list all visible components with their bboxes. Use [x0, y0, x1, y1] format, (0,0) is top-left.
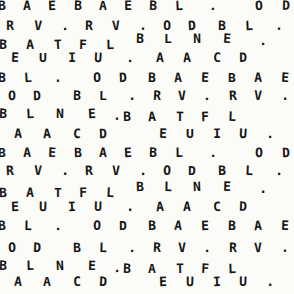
letter-glyph-e: E	[124, 145, 133, 161]
letter-glyph-l: L	[245, 163, 254, 179]
letter-glyph-r: R	[229, 240, 237, 256]
letter-glyph-i: I	[68, 50, 76, 66]
letter-glyph-o: O	[255, 145, 263, 161]
letter-glyph-l: L	[245, 18, 253, 34]
letter-glyph-e: E	[223, 179, 231, 195]
letter-glyph-e: E	[48, 0, 56, 14]
letter-glyph-b: B	[228, 70, 236, 86]
letter-glyph-l: L	[26, 106, 34, 122]
letter-glyph-b: B	[148, 70, 156, 86]
period-glyph: .	[113, 260, 121, 276]
letter-glyph-a: A	[26, 37, 34, 53]
letter-glyph-r: R	[153, 240, 161, 256]
period-glyph: .	[259, 33, 267, 49]
letter-glyph-u: U	[186, 274, 194, 290]
letter-glyph-b: B	[0, 218, 6, 234]
letter-glyph-u: U	[239, 274, 247, 290]
fabric-letter-pattern-board: BAEBAEBL.ODRV.RV.ODBL.BATFLBLNE.EUIU.AAC…	[0, 0, 294, 294]
letter-glyph-b: B	[74, 145, 82, 161]
letter-glyph-r: R	[85, 18, 93, 34]
letter-glyph-a: A	[14, 274, 22, 290]
period-glyph: .	[281, 88, 289, 104]
letter-glyph-t: T	[54, 185, 62, 201]
letter-glyph-u: U	[239, 126, 248, 142]
letter-glyph-t: T	[176, 261, 184, 277]
letter-glyph-b: B	[123, 261, 131, 277]
letter-glyph-l: L	[164, 31, 172, 47]
letter-glyph-d: D	[119, 70, 128, 86]
period-glyph: .	[266, 274, 274, 290]
letter-glyph-l: L	[106, 185, 115, 201]
letter-glyph-l: L	[175, 0, 183, 14]
letter-glyph-e: E	[48, 145, 57, 161]
letter-glyph-a: A	[174, 70, 182, 86]
letter-glyph-b: B	[0, 0, 6, 14]
letter-glyph-f: F	[79, 37, 87, 53]
letter-glyph-o: O	[93, 70, 101, 86]
letter-glyph-r: R	[85, 163, 94, 179]
letter-glyph-r: R	[6, 18, 14, 34]
letter-glyph-d: D	[188, 163, 196, 179]
period-glyph: .	[128, 88, 136, 104]
period-glyph: .	[54, 70, 62, 86]
letter-glyph-c: C	[73, 126, 81, 142]
letter-glyph-l: L	[99, 88, 107, 104]
letter-glyph-r: R	[229, 88, 238, 104]
letter-glyph-d: D	[99, 126, 107, 142]
letter-glyph-a: A	[23, 0, 31, 14]
period-glyph: .	[266, 126, 274, 142]
letter-glyph-a: A	[183, 50, 192, 66]
letter-glyph-b: B	[0, 70, 6, 86]
letter-glyph-a: A	[174, 218, 183, 234]
letter-glyph-a: A	[254, 218, 263, 234]
letter-glyph-b: B	[218, 163, 226, 179]
letter-glyph-o: O	[163, 163, 171, 179]
letter-glyph-d: D	[282, 0, 290, 14]
letter-glyph-a: A	[99, 145, 107, 161]
period-glyph: .	[281, 240, 289, 256]
letter-glyph-a: A	[156, 50, 164, 66]
letter-glyph-b: B	[228, 218, 236, 234]
letter-glyph-e: E	[201, 218, 209, 234]
letter-glyph-o: O	[255, 0, 264, 14]
period-glyph: .	[61, 163, 69, 179]
letter-glyph-e: E	[159, 126, 167, 142]
period-glyph: .	[61, 18, 69, 34]
letter-glyph-t: T	[176, 109, 184, 125]
period-glyph: .	[275, 18, 283, 34]
letter-glyph-v: V	[34, 18, 43, 34]
letter-glyph-i: I	[213, 126, 221, 142]
letter-glyph-d: D	[33, 240, 42, 256]
period-glyph: .	[126, 199, 134, 215]
period-glyph: .	[203, 240, 212, 256]
letter-glyph-a: A	[43, 126, 52, 142]
letter-glyph-b: B	[73, 88, 81, 104]
letter-glyph-d: D	[33, 88, 41, 104]
letter-glyph-o: O	[93, 218, 101, 234]
letter-glyph-v: V	[112, 18, 121, 34]
letter-glyph-b: B	[149, 145, 157, 161]
letter-glyph-u: U	[39, 199, 47, 215]
letter-glyph-t: T	[54, 37, 63, 53]
letter-glyph-l: L	[164, 179, 172, 195]
letter-glyph-n: N	[193, 31, 201, 47]
period-glyph: .	[209, 0, 217, 14]
letter-glyph-b: B	[136, 179, 144, 195]
letter-glyph-l: L	[24, 218, 32, 234]
letter-glyph-v: V	[254, 240, 262, 256]
letter-glyph-b: B	[0, 145, 6, 161]
letter-glyph-c: C	[213, 50, 221, 66]
letter-glyph-b: B	[0, 37, 7, 53]
letter-glyph-l: L	[106, 37, 114, 53]
letter-glyph-i: I	[68, 199, 77, 215]
letter-glyph-n: N	[193, 179, 202, 195]
letter-glyph-f: F	[79, 185, 87, 201]
letter-glyph-e: E	[11, 50, 19, 66]
letter-glyph-n: N	[56, 106, 64, 122]
letter-glyph-d: D	[99, 274, 108, 290]
letter-glyph-a: A	[43, 274, 51, 290]
letter-glyph-b: B	[123, 109, 131, 125]
period-glyph: .	[113, 108, 121, 124]
letter-glyph-a: A	[254, 70, 262, 86]
letter-glyph-o: O	[8, 88, 16, 104]
letter-glyph-b: B	[149, 0, 158, 14]
letter-glyph-d: D	[119, 218, 127, 234]
letter-glyph-e: E	[223, 31, 232, 47]
letter-glyph-a: A	[148, 261, 156, 277]
letter-glyph-a: A	[99, 0, 107, 14]
letter-glyph-e: E	[88, 258, 96, 274]
period-glyph: .	[275, 163, 283, 179]
letter-glyph-a: A	[148, 109, 157, 125]
letter-glyph-l: L	[26, 258, 34, 274]
letter-glyph-b: B	[0, 106, 7, 122]
period-glyph: .	[139, 163, 147, 179]
letter-glyph-v: V	[178, 88, 186, 104]
letter-glyph-b: B	[74, 0, 82, 14]
letter-glyph-d: D	[239, 50, 247, 66]
letter-glyph-e: E	[11, 199, 19, 215]
letter-glyph-d: D	[239, 199, 247, 215]
period-glyph: .	[128, 240, 137, 256]
period-glyph: .	[203, 88, 211, 104]
letter-glyph-l: L	[99, 240, 107, 256]
letter-glyph-l: L	[228, 261, 236, 277]
letter-glyph-d: D	[282, 145, 290, 161]
letter-glyph-e: E	[281, 218, 289, 234]
letter-glyph-f: F	[201, 109, 209, 125]
letter-glyph-r: R	[6, 163, 15, 179]
letter-glyph-n: N	[56, 258, 65, 274]
letter-glyph-e: E	[124, 0, 132, 14]
period-glyph: .	[259, 181, 267, 197]
letter-glyph-c: C	[213, 199, 221, 215]
letter-glyph-o: O	[8, 240, 16, 256]
letter-glyph-l: L	[24, 70, 33, 86]
letter-glyph-e: E	[88, 106, 97, 122]
letter-glyph-r: R	[153, 88, 162, 104]
letter-glyph-a: A	[183, 199, 191, 215]
letter-glyph-u: U	[94, 50, 103, 66]
letter-glyph-b: B	[73, 240, 81, 256]
letter-glyph-v: V	[254, 88, 262, 104]
letter-glyph-c: C	[73, 274, 81, 290]
letter-glyph-f: F	[201, 261, 210, 277]
period-glyph: .	[126, 50, 134, 66]
letter-glyph-a: A	[23, 145, 31, 161]
letter-glyph-b: B	[136, 31, 144, 47]
letter-glyph-v: V	[34, 163, 42, 179]
letter-glyph-u: U	[94, 199, 102, 215]
letter-glyph-i: I	[213, 274, 222, 290]
letter-glyph-a: A	[26, 185, 34, 201]
period-glyph: .	[209, 145, 218, 161]
letter-glyph-l: L	[228, 109, 236, 125]
letter-glyph-e: E	[201, 70, 209, 86]
letter-glyph-e: E	[281, 70, 290, 86]
letter-glyph-b: B	[148, 218, 156, 234]
letter-glyph-a: A	[156, 199, 165, 215]
letter-glyph-b: B	[0, 258, 7, 274]
letter-glyph-e: E	[159, 274, 167, 290]
letter-glyph-u: U	[186, 126, 194, 142]
letter-glyph-b: B	[0, 185, 7, 201]
letter-glyph-v: V	[112, 163, 120, 179]
letter-glyph-v: V	[178, 240, 186, 256]
letter-glyph-a: A	[14, 126, 22, 142]
letter-glyph-u: U	[39, 50, 47, 66]
letter-glyph-l: L	[175, 145, 183, 161]
period-glyph: .	[54, 218, 62, 234]
